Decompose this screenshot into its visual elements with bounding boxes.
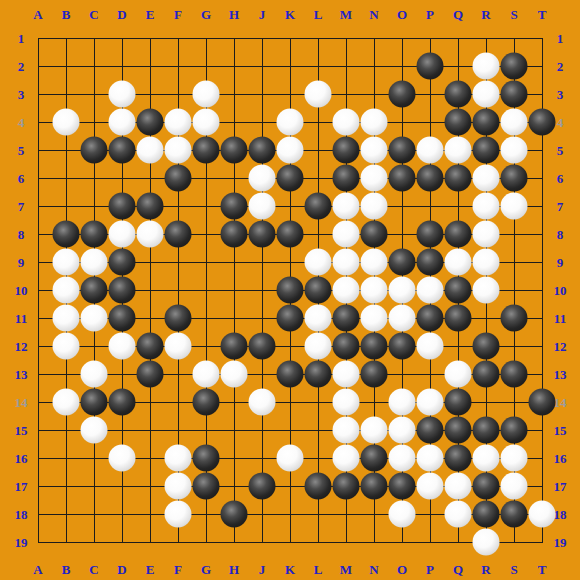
white-stone-G4 xyxy=(193,109,220,136)
white-stone-M16 xyxy=(333,445,360,472)
white-stone-C13 xyxy=(81,361,108,388)
coordinate-label: R xyxy=(481,563,490,576)
black-stone-R15 xyxy=(473,417,500,444)
coordinate-label: J xyxy=(259,8,266,21)
white-stone-R9 xyxy=(473,249,500,276)
white-stone-M13 xyxy=(333,361,360,388)
white-stone-D16 xyxy=(109,445,136,472)
white-stone-P12 xyxy=(417,333,444,360)
black-stone-L7 xyxy=(305,193,332,220)
black-stone-D5 xyxy=(109,137,136,164)
white-stone-C15 xyxy=(81,417,108,444)
black-stone-K8 xyxy=(277,221,304,248)
black-stone-R12 xyxy=(473,333,500,360)
white-stone-P17 xyxy=(417,473,444,500)
coordinate-label: 6 xyxy=(18,172,25,185)
white-stone-C11 xyxy=(81,305,108,332)
black-stone-D10 xyxy=(109,277,136,304)
white-stone-Q18 xyxy=(445,501,472,528)
coordinate-label: 2 xyxy=(557,60,564,73)
black-stone-O9 xyxy=(389,249,416,276)
coordinate-label: 15 xyxy=(15,424,28,437)
black-stone-S3 xyxy=(501,81,528,108)
black-stone-K10 xyxy=(277,277,304,304)
coordinate-label: Q xyxy=(453,8,463,21)
white-stone-B9 xyxy=(53,249,80,276)
black-stone-P8 xyxy=(417,221,444,248)
white-stone-Q13 xyxy=(445,361,472,388)
white-stone-O11 xyxy=(389,305,416,332)
white-stone-N7 xyxy=(361,193,388,220)
coordinate-label: 9 xyxy=(18,256,25,269)
black-stone-H12 xyxy=(221,333,248,360)
white-stone-L11 xyxy=(305,305,332,332)
black-stone-R18 xyxy=(473,501,500,528)
black-stone-Q4 xyxy=(445,109,472,136)
white-stone-O16 xyxy=(389,445,416,472)
coordinate-label: 10 xyxy=(554,284,567,297)
white-stone-R6 xyxy=(473,165,500,192)
white-stone-S17 xyxy=(501,473,528,500)
coordinate-label: 10 xyxy=(15,284,28,297)
coordinate-label: G xyxy=(201,563,211,576)
white-stone-P16 xyxy=(417,445,444,472)
coordinate-label: 13 xyxy=(15,368,28,381)
white-stone-S4 xyxy=(501,109,528,136)
black-stone-S18 xyxy=(501,501,528,528)
white-stone-J6 xyxy=(249,165,276,192)
white-stone-D12 xyxy=(109,333,136,360)
black-stone-P15 xyxy=(417,417,444,444)
black-stone-P2 xyxy=(417,53,444,80)
white-stone-K4 xyxy=(277,109,304,136)
coordinate-label: 5 xyxy=(557,144,564,157)
black-stone-R17 xyxy=(473,473,500,500)
white-stone-R16 xyxy=(473,445,500,472)
coordinate-label: F xyxy=(174,563,182,576)
black-stone-D9 xyxy=(109,249,136,276)
white-stone-Q17 xyxy=(445,473,472,500)
white-stone-D3 xyxy=(109,81,136,108)
coordinate-label: C xyxy=(89,563,98,576)
coordinate-label: 16 xyxy=(15,452,28,465)
coordinate-label: L xyxy=(314,563,323,576)
black-stone-Q3 xyxy=(445,81,472,108)
coordinate-label: 1 xyxy=(18,32,25,45)
white-stone-G3 xyxy=(193,81,220,108)
white-stone-F16 xyxy=(165,445,192,472)
white-stone-O15 xyxy=(389,417,416,444)
white-stone-S7 xyxy=(501,193,528,220)
coordinate-label: G xyxy=(201,8,211,21)
black-stone-O6 xyxy=(389,165,416,192)
white-stone-R7 xyxy=(473,193,500,220)
white-stone-R3 xyxy=(473,81,500,108)
white-stone-M4 xyxy=(333,109,360,136)
black-stone-M6 xyxy=(333,165,360,192)
coordinate-label: 19 xyxy=(554,536,567,549)
coordinate-label: N xyxy=(369,8,378,21)
white-stone-M8 xyxy=(333,221,360,248)
black-stone-D14 xyxy=(109,389,136,416)
black-stone-H5 xyxy=(221,137,248,164)
black-stone-H8 xyxy=(221,221,248,248)
black-stone-G17 xyxy=(193,473,220,500)
black-stone-G16 xyxy=(193,445,220,472)
white-stone-E8 xyxy=(137,221,164,248)
black-stone-S2 xyxy=(501,53,528,80)
black-stone-N17 xyxy=(361,473,388,500)
coordinate-label: 8 xyxy=(18,228,25,241)
coordinate-label: 12 xyxy=(554,340,567,353)
white-stone-B4 xyxy=(53,109,80,136)
coordinate-label: M xyxy=(340,563,352,576)
black-stone-M5 xyxy=(333,137,360,164)
coordinate-label: H xyxy=(229,8,239,21)
white-stone-N9 xyxy=(361,249,388,276)
black-stone-Q15 xyxy=(445,417,472,444)
white-stone-E5 xyxy=(137,137,164,164)
coordinate-label: S xyxy=(510,563,517,576)
coordinate-label: L xyxy=(314,8,323,21)
black-stone-O17 xyxy=(389,473,416,500)
white-stone-O18 xyxy=(389,501,416,528)
white-stone-C9 xyxy=(81,249,108,276)
white-stone-R10 xyxy=(473,277,500,304)
black-stone-E13 xyxy=(137,361,164,388)
coordinate-label: 17 xyxy=(15,480,28,493)
white-stone-M14 xyxy=(333,389,360,416)
black-stone-D7 xyxy=(109,193,136,220)
black-stone-C8 xyxy=(81,221,108,248)
white-stone-L9 xyxy=(305,249,332,276)
black-stone-Q8 xyxy=(445,221,472,248)
black-stone-Q16 xyxy=(445,445,472,472)
coordinate-label: 2 xyxy=(18,60,25,73)
coordinate-label: 4 xyxy=(18,116,25,129)
white-stone-P14 xyxy=(417,389,444,416)
black-stone-R4 xyxy=(473,109,500,136)
black-stone-T14 xyxy=(529,389,556,416)
black-stone-T4 xyxy=(529,109,556,136)
black-stone-O12 xyxy=(389,333,416,360)
black-stone-L17 xyxy=(305,473,332,500)
black-stone-P9 xyxy=(417,249,444,276)
white-stone-H13 xyxy=(221,361,248,388)
white-stone-F5 xyxy=(165,137,192,164)
white-stone-N6 xyxy=(361,165,388,192)
white-stone-N10 xyxy=(361,277,388,304)
white-stone-R19 xyxy=(473,529,500,556)
black-stone-E7 xyxy=(137,193,164,220)
black-stone-H7 xyxy=(221,193,248,220)
coordinate-label: 15 xyxy=(554,424,567,437)
coordinate-label: A xyxy=(33,563,42,576)
coordinate-label: 7 xyxy=(557,200,564,213)
white-stone-M9 xyxy=(333,249,360,276)
coordinate-label: 17 xyxy=(554,480,567,493)
coordinate-label: 9 xyxy=(557,256,564,269)
white-stone-M7 xyxy=(333,193,360,220)
black-stone-Q14 xyxy=(445,389,472,416)
black-stone-S13 xyxy=(501,361,528,388)
white-stone-M10 xyxy=(333,277,360,304)
coordinate-label: 1 xyxy=(557,32,564,45)
white-stone-S5 xyxy=(501,137,528,164)
black-stone-N16 xyxy=(361,445,388,472)
white-stone-F12 xyxy=(165,333,192,360)
black-stone-P11 xyxy=(417,305,444,332)
black-stone-Q10 xyxy=(445,277,472,304)
black-stone-J17 xyxy=(249,473,276,500)
coordinate-label: E xyxy=(146,563,155,576)
black-stone-N12 xyxy=(361,333,388,360)
black-stone-G5 xyxy=(193,137,220,164)
coordinate-label: 11 xyxy=(554,312,566,325)
white-stone-B10 xyxy=(53,277,80,304)
coordinate-label: H xyxy=(229,563,239,576)
coordinate-label: 3 xyxy=(557,88,564,101)
black-stone-J12 xyxy=(249,333,276,360)
coordinate-label: 4 xyxy=(557,116,564,129)
coordinate-label: M xyxy=(340,8,352,21)
white-stone-R2 xyxy=(473,53,500,80)
coordinate-label: E xyxy=(146,8,155,21)
grid-line xyxy=(38,542,543,543)
coordinate-label: B xyxy=(62,8,71,21)
white-stone-B11 xyxy=(53,305,80,332)
black-stone-F6 xyxy=(165,165,192,192)
black-stone-O5 xyxy=(389,137,416,164)
coordinate-label: D xyxy=(117,563,126,576)
coordinate-label: 18 xyxy=(15,508,28,521)
coordinate-label: O xyxy=(397,8,407,21)
white-stone-J7 xyxy=(249,193,276,220)
black-stone-J5 xyxy=(249,137,276,164)
coordinate-label: 16 xyxy=(554,452,567,465)
white-stone-B14 xyxy=(53,389,80,416)
white-stone-N5 xyxy=(361,137,388,164)
coordinate-label: Q xyxy=(453,563,463,576)
white-stone-J14 xyxy=(249,389,276,416)
black-stone-S6 xyxy=(501,165,528,192)
black-stone-K6 xyxy=(277,165,304,192)
coordinate-label: T xyxy=(538,8,547,21)
coordinate-label: 12 xyxy=(15,340,28,353)
coordinate-label: 8 xyxy=(557,228,564,241)
coordinate-label: R xyxy=(481,8,490,21)
black-stone-S15 xyxy=(501,417,528,444)
coordinate-label: P xyxy=(426,563,434,576)
black-stone-Q11 xyxy=(445,305,472,332)
white-stone-D4 xyxy=(109,109,136,136)
coordinate-label: J xyxy=(259,563,266,576)
white-stone-N4 xyxy=(361,109,388,136)
black-stone-F11 xyxy=(165,305,192,332)
white-stone-F17 xyxy=(165,473,192,500)
black-stone-N13 xyxy=(361,361,388,388)
white-stone-Q5 xyxy=(445,137,472,164)
black-stone-F8 xyxy=(165,221,192,248)
black-stone-E4 xyxy=(137,109,164,136)
white-stone-P10 xyxy=(417,277,444,304)
coordinate-label: 11 xyxy=(15,312,27,325)
black-stone-G14 xyxy=(193,389,220,416)
black-stone-O3 xyxy=(389,81,416,108)
black-stone-C5 xyxy=(81,137,108,164)
coordinate-label: N xyxy=(369,563,378,576)
black-stone-R13 xyxy=(473,361,500,388)
white-stone-M15 xyxy=(333,417,360,444)
coordinate-label: 3 xyxy=(18,88,25,101)
coordinate-label: D xyxy=(117,8,126,21)
coordinate-label: F xyxy=(174,8,182,21)
black-stone-Q6 xyxy=(445,165,472,192)
black-stone-S11 xyxy=(501,305,528,332)
coordinate-label: T xyxy=(538,563,547,576)
white-stone-N15 xyxy=(361,417,388,444)
white-stone-F18 xyxy=(165,501,192,528)
coordinate-label: 14 xyxy=(15,396,28,409)
black-stone-H18 xyxy=(221,501,248,528)
white-stone-B12 xyxy=(53,333,80,360)
white-stone-S16 xyxy=(501,445,528,472)
coordinate-label: K xyxy=(285,8,295,21)
white-stone-P5 xyxy=(417,137,444,164)
black-stone-B8 xyxy=(53,221,80,248)
go-board[interactable]: AABBCCDDEEFFGGHHJJKKLLMMNNOOPPQQRRSSTT11… xyxy=(0,0,580,580)
white-stone-O14 xyxy=(389,389,416,416)
coordinate-label: B xyxy=(62,563,71,576)
black-stone-K13 xyxy=(277,361,304,388)
black-stone-C10 xyxy=(81,277,108,304)
white-stone-K5 xyxy=(277,137,304,164)
white-stone-F4 xyxy=(165,109,192,136)
black-stone-M12 xyxy=(333,333,360,360)
black-stone-K11 xyxy=(277,305,304,332)
black-stone-L10 xyxy=(305,277,332,304)
white-stone-L12 xyxy=(305,333,332,360)
black-stone-E12 xyxy=(137,333,164,360)
white-stone-G13 xyxy=(193,361,220,388)
coordinate-label: 7 xyxy=(18,200,25,213)
black-stone-J8 xyxy=(249,221,276,248)
coordinate-label: S xyxy=(510,8,517,21)
coordinate-label: O xyxy=(397,563,407,576)
white-stone-D8 xyxy=(109,221,136,248)
coordinate-label: 6 xyxy=(557,172,564,185)
white-stone-Q9 xyxy=(445,249,472,276)
coordinate-label: C xyxy=(89,8,98,21)
black-stone-D11 xyxy=(109,305,136,332)
black-stone-L13 xyxy=(305,361,332,388)
white-stone-O10 xyxy=(389,277,416,304)
black-stone-C14 xyxy=(81,389,108,416)
white-stone-T18 xyxy=(529,501,556,528)
white-stone-N11 xyxy=(361,305,388,332)
coordinate-label: 5 xyxy=(18,144,25,157)
white-stone-K16 xyxy=(277,445,304,472)
coordinate-label: K xyxy=(285,563,295,576)
white-stone-L3 xyxy=(305,81,332,108)
white-stone-R8 xyxy=(473,221,500,248)
black-stone-R5 xyxy=(473,137,500,164)
coordinate-label: 19 xyxy=(15,536,28,549)
black-stone-P6 xyxy=(417,165,444,192)
coordinate-label: 13 xyxy=(554,368,567,381)
coordinate-label: P xyxy=(426,8,434,21)
coordinate-label: A xyxy=(33,8,42,21)
black-stone-M17 xyxy=(333,473,360,500)
black-stone-N8 xyxy=(361,221,388,248)
black-stone-M11 xyxy=(333,305,360,332)
